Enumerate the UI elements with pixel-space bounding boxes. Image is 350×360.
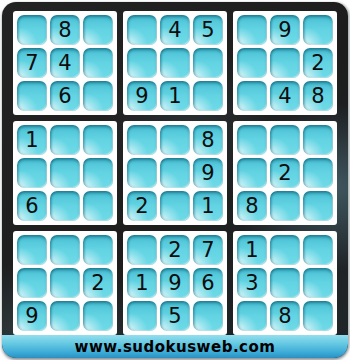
cell-r7c9[interactable] [303,235,333,265]
cell-r8c4[interactable]: 1 [127,268,157,298]
cell-r1c7[interactable] [237,15,267,45]
cell-r2c1[interactable]: 7 [17,48,47,78]
cell-r4c1[interactable]: 1 [17,125,47,155]
footer-band: www.sudokusweb.com [2,335,348,358]
cell-r9c7[interactable] [237,301,267,331]
cell-r5c7[interactable] [237,158,267,188]
cell-r9c2[interactable] [50,301,80,331]
cell-r2c5[interactable] [160,48,190,78]
cell-r5c2[interactable] [50,158,80,188]
website-link[interactable]: www.sudokusweb.com [75,338,276,356]
cell-r1c8[interactable]: 9 [270,15,300,45]
cell-r6c9[interactable] [303,191,333,221]
cell-r7c8[interactable] [270,235,300,265]
cell-r2c3[interactable] [83,48,113,78]
sudoku-box-2: 4591 [123,11,227,115]
cell-r6c8[interactable] [270,191,300,221]
sudoku-box-4: 16 [13,121,117,225]
cell-r2c9[interactable]: 2 [303,48,333,78]
cell-r1c6[interactable]: 5 [193,15,223,45]
cell-r8c8[interactable] [270,268,300,298]
cell-r7c4[interactable] [127,235,157,265]
cell-r7c6[interactable]: 7 [193,235,223,265]
cell-r8c1[interactable] [17,268,47,298]
sudoku-box-7: 29 [13,231,117,335]
cell-r8c5[interactable]: 9 [160,268,190,298]
cell-r4c4[interactable] [127,125,157,155]
cell-r9c6[interactable] [193,301,223,331]
cell-r4c5[interactable] [160,125,190,155]
cell-r1c5[interactable]: 4 [160,15,190,45]
cell-r3c1[interactable] [17,81,47,111]
sudoku-page: 8746459192481689212829271965138 www.sudo… [0,0,350,360]
cell-r7c1[interactable] [17,235,47,265]
cell-r4c7[interactable] [237,125,267,155]
cell-r4c9[interactable] [303,125,333,155]
sudoku-box-1: 8746 [13,11,117,115]
cell-r2c6[interactable] [193,48,223,78]
cell-r8c2[interactable] [50,268,80,298]
cell-r6c3[interactable] [83,191,113,221]
cell-r8c7[interactable]: 3 [237,268,267,298]
cell-r5c9[interactable] [303,158,333,188]
cell-r3c7[interactable] [237,81,267,111]
sudoku-box-5: 8921 [123,121,227,225]
cell-r3c5[interactable]: 1 [160,81,190,111]
cell-r3c2[interactable]: 6 [50,81,80,111]
cell-r1c9[interactable] [303,15,333,45]
cell-r7c3[interactable] [83,235,113,265]
cell-r2c2[interactable]: 4 [50,48,80,78]
cell-r2c8[interactable] [270,48,300,78]
cell-r8c3[interactable]: 2 [83,268,113,298]
cell-r6c6[interactable]: 1 [193,191,223,221]
cell-r6c4[interactable]: 2 [127,191,157,221]
cell-r2c4[interactable] [127,48,157,78]
cell-r5c5[interactable] [160,158,190,188]
sudoku-box-9: 138 [233,231,337,335]
cell-r3c6[interactable] [193,81,223,111]
cell-r4c8[interactable] [270,125,300,155]
cell-r3c9[interactable]: 8 [303,81,333,111]
cell-r6c1[interactable]: 6 [17,191,47,221]
cell-r8c9[interactable] [303,268,333,298]
cell-r6c7[interactable]: 8 [237,191,267,221]
sudoku-box-8: 271965 [123,231,227,335]
cell-r3c8[interactable]: 4 [270,81,300,111]
cell-r1c4[interactable] [127,15,157,45]
cell-r9c9[interactable] [303,301,333,331]
cell-r6c5[interactable] [160,191,190,221]
cell-r4c2[interactable] [50,125,80,155]
cell-r1c3[interactable] [83,15,113,45]
cell-r5c3[interactable] [83,158,113,188]
sudoku-board-frame: 8746459192481689212829271965138 www.sudo… [2,2,348,358]
sudoku-box-3: 9248 [233,11,337,115]
cell-r9c4[interactable] [127,301,157,331]
cell-r1c1[interactable] [17,15,47,45]
cell-r5c4[interactable] [127,158,157,188]
cell-r8c6[interactable]: 6 [193,268,223,298]
cell-r9c5[interactable]: 5 [160,301,190,331]
cell-r3c4[interactable]: 9 [127,81,157,111]
cell-r9c1[interactable]: 9 [17,301,47,331]
cell-r5c1[interactable] [17,158,47,188]
cell-r4c6[interactable]: 8 [193,125,223,155]
cell-r9c3[interactable] [83,301,113,331]
cell-r3c3[interactable] [83,81,113,111]
sudoku-grid: 8746459192481689212829271965138 [13,11,337,335]
cell-r2c7[interactable] [237,48,267,78]
cell-r9c8[interactable]: 8 [270,301,300,331]
cell-r5c8[interactable]: 2 [270,158,300,188]
cell-r7c2[interactable] [50,235,80,265]
cell-r5c6[interactable]: 9 [193,158,223,188]
cell-r1c2[interactable]: 8 [50,15,80,45]
sudoku-box-6: 28 [233,121,337,225]
cell-r4c3[interactable] [83,125,113,155]
cell-r6c2[interactable] [50,191,80,221]
cell-r7c5[interactable]: 2 [160,235,190,265]
cell-r7c7[interactable]: 1 [237,235,267,265]
